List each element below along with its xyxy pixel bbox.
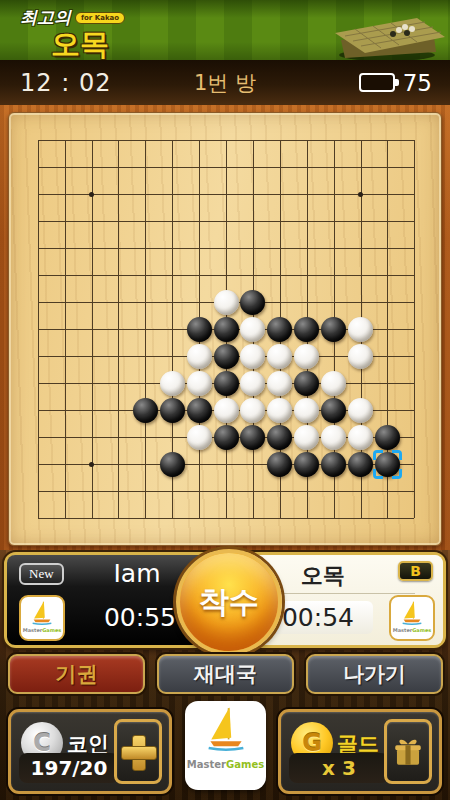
stone-black (375, 425, 400, 450)
stone-black (321, 317, 346, 342)
gift-icon (391, 735, 425, 769)
board-section (0, 105, 450, 550)
gold-amount-text: x 3 (322, 756, 356, 780)
status-bar: 12 : 02 1번 방 75 (0, 60, 450, 105)
stone-black (160, 398, 185, 423)
sailboat-icon (200, 701, 252, 757)
stone-black (294, 452, 319, 477)
stone-white (294, 398, 319, 423)
gold-card: G 골드 x 3 (278, 709, 442, 794)
stone-black (267, 317, 292, 342)
stone-black (321, 452, 346, 477)
menu-row: 기권 재대국 나가기 (0, 654, 450, 696)
coin-amount-text: 197/20 (31, 756, 108, 780)
black-side-badge: B (398, 561, 433, 581)
goban-illustration-icon (315, 0, 450, 60)
plus-icon (121, 735, 155, 769)
stone-black (294, 317, 319, 342)
for-kakao-badge: for Kakao (75, 12, 125, 24)
stone-white (214, 398, 239, 423)
stone-black (240, 425, 265, 450)
add-coin-button[interactable] (114, 719, 162, 784)
rematch-button[interactable]: 재대국 (157, 654, 294, 694)
coin-card: C -1 코인 197/20 (8, 709, 172, 794)
avatar-brand-gray: Master (23, 627, 43, 633)
resign-button[interactable]: 기권 (8, 654, 145, 694)
player-right-avatar: MasterGames (389, 595, 435, 641)
stone-black (267, 452, 292, 477)
stone-white (294, 425, 319, 450)
player-panel: New Iam MasterGames 00:55 오목 B 00: (4, 552, 446, 648)
star-point (358, 192, 363, 197)
stone-white (240, 317, 265, 342)
stone-white (294, 344, 319, 369)
stone-black (267, 425, 292, 450)
stone-black (187, 317, 212, 342)
grid-line (414, 140, 415, 518)
stone-black (321, 398, 346, 423)
brand-gray: Master (187, 759, 226, 770)
brand-green: Games (226, 759, 264, 770)
logo-top-text: 최고의 (20, 6, 71, 29)
player-right-name: 오목 (263, 561, 383, 591)
star-point (89, 192, 94, 197)
last-move-marker (373, 450, 402, 479)
lower-panel: New Iam MasterGames 00:55 오목 B 00: (0, 550, 450, 800)
new-player-badge: New (19, 563, 64, 585)
avatar-brand-green: Games (412, 627, 431, 633)
board-grid[interactable] (8, 112, 442, 546)
place-stone-button[interactable]: 착수 (176, 549, 282, 655)
app-header: 최고의 for Kakao 오목 (0, 0, 450, 60)
star-point (89, 462, 94, 467)
stone-white (187, 425, 212, 450)
stone-black (214, 344, 239, 369)
stone-white (267, 344, 292, 369)
app-screen: 최고의 for Kakao 오목 12 : 02 1번 방 (0, 0, 450, 800)
logo-main-text: 오목 (20, 29, 140, 59)
battery-percent: 75 (403, 70, 432, 96)
stone-white (240, 398, 265, 423)
place-stone-label: 착수 (199, 582, 259, 623)
stone-black (240, 290, 265, 315)
avatar-brand-green: Games (42, 627, 61, 633)
mastergames-card[interactable]: MasterGames (185, 701, 266, 790)
stone-white (187, 371, 212, 396)
stone-black (214, 317, 239, 342)
stone-white (321, 371, 346, 396)
player-left-avatar: MasterGames (19, 595, 65, 641)
gold-amount: x 3 (289, 753, 389, 783)
coin-amount: 197/20 (19, 753, 119, 783)
grid-line (38, 518, 415, 519)
sailboat-icon (398, 599, 426, 627)
resign-label: 기권 (56, 660, 98, 688)
stone-black (214, 425, 239, 450)
stone-white (267, 371, 292, 396)
stone-black (160, 452, 185, 477)
app-logo: 최고의 for Kakao 오목 (20, 6, 140, 59)
exit-button[interactable]: 나가기 (306, 654, 443, 694)
stone-white (240, 344, 265, 369)
stone-black (133, 398, 158, 423)
stone-white (348, 317, 373, 342)
exit-label: 나가기 (343, 660, 406, 688)
avatar-brand-gray: Master (393, 627, 413, 633)
stone-white (214, 290, 239, 315)
sailboat-icon (28, 599, 56, 627)
battery-icon (359, 73, 395, 92)
stone-white (348, 344, 373, 369)
stone-black (348, 452, 373, 477)
grid-line (38, 491, 415, 492)
rematch-label: 재대국 (194, 660, 257, 688)
gift-button[interactable] (384, 719, 432, 784)
stone-white (240, 371, 265, 396)
stone-black (187, 398, 212, 423)
stone-white (321, 425, 346, 450)
stone-black (294, 371, 319, 396)
stone-white (348, 425, 373, 450)
stone-white (267, 398, 292, 423)
stone-white (187, 344, 212, 369)
stone-black (214, 371, 239, 396)
stone-white (348, 398, 373, 423)
stone-white (160, 371, 185, 396)
